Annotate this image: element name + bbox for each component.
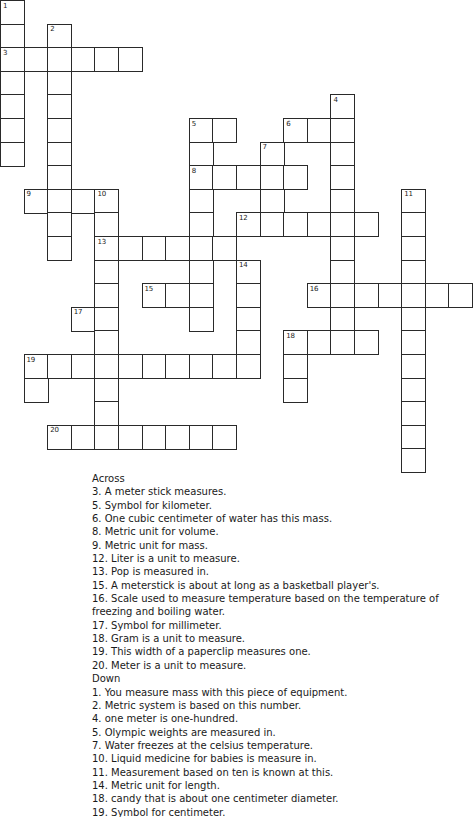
grid-cell-r2c2[interactable] [47,47,72,72]
grid-cell-r18c3[interactable] [71,425,96,450]
clues-panel: Across 3. A meter stick measures.5. Symb… [92,472,467,817]
grid-cell-r2c4[interactable] [94,47,119,72]
across-clue-3: 3. A meter stick measures. [92,485,467,498]
grid-cell-r14c15[interactable] [354,330,379,355]
grid-cell-r13c17[interactable] [401,307,426,332]
grid-cell-r15c17[interactable] [401,354,426,379]
grid-cell-r18c4[interactable] [94,425,119,450]
grid-cell-r12c8[interactable] [189,283,214,308]
grid-cell-r9c17[interactable] [401,212,426,237]
across-clue-17: 17. Symbol for millimeter. [92,619,467,632]
grid-cell-r4c2[interactable] [47,94,72,119]
cell-number-2: 2 [50,26,54,33]
grid-cell-r8c8[interactable] [189,189,214,214]
grid-cell-r14c10[interactable] [236,330,261,355]
grid-cell-r9c12[interactable] [283,212,308,237]
grid-cell-r5c0[interactable] [0,118,25,143]
grid-cell-r12c14[interactable] [330,283,355,308]
grid-cell-r12c19[interactable] [448,283,473,308]
across-clue-8: 8. Metric unit for volume. [92,525,467,538]
across-clue-20: 20. Meter is a unit to measure. [92,659,467,672]
grid-cell-r4c0[interactable] [0,94,25,119]
across-clue-6: 6. One cubic centimeter of water has thi… [92,512,467,525]
grid-cell-r10c5[interactable] [118,236,143,261]
grid-cell-r14c14[interactable] [330,330,355,355]
grid-cell-r15c6[interactable] [142,354,167,379]
down-clue-2: 2. Metric system is based on this number… [92,699,467,712]
grid-cell-r18c9[interactable] [212,425,237,450]
grid-cell-r12c17[interactable] [401,283,426,308]
grid-cell-r10c9[interactable] [212,236,237,261]
grid-cell-r1c0[interactable] [0,24,25,49]
cell-number-18: 18 [286,333,295,340]
grid-cell-r10c8[interactable] [189,236,214,261]
down-clue-7: 7. Water freezes at the celsius temperat… [92,739,467,752]
grid-cell-r3c0[interactable] [0,71,25,96]
cell-number-7: 7 [263,144,267,151]
grid-cell-r7c9[interactable] [212,165,237,190]
down-clue-14: 14. Metric unit for length. [92,779,467,792]
grid-cell-r15c10[interactable] [236,354,261,379]
grid-cell-r9c2[interactable] [47,212,72,237]
across-clue-19: 19. This width of a paperclip measures o… [92,645,467,658]
grid-cell-r9c8[interactable] [189,212,214,237]
grid-cell-r15c5[interactable] [118,354,143,379]
cell-number-15: 15 [145,286,154,293]
grid-cell-r2c5[interactable] [118,47,143,72]
grid-cell-r13c8[interactable] [189,307,214,332]
down-clue-18: 18. candy that is about one centimeter d… [92,792,467,805]
grid-cell-r10c7[interactable] [165,236,190,261]
grid-cell-r6c14[interactable] [330,142,355,167]
grid-cell-r14c17[interactable] [401,330,426,355]
across-clue-15: 15. A meterstick is about at long as a b… [92,579,467,592]
cell-number-20: 20 [50,427,59,434]
grid-cell-r9c4[interactable] [94,212,119,237]
down-heading: Down [92,672,467,685]
grid-cell-r12c18[interactable] [425,283,450,308]
grid-cell-r11c4[interactable] [94,260,119,285]
cell-number-9: 9 [27,191,31,198]
grid-cell-r2c3[interactable] [71,47,96,72]
grid-cell-r16c12[interactable] [283,378,308,403]
crossword-board: 1234567891011121314151617181920 [0,0,474,474]
grid-cell-r6c2[interactable] [47,142,72,167]
down-clue-10: 10. Liquid medicine for babies is measur… [92,752,467,765]
grid-cell-r14c13[interactable] [307,330,332,355]
grid-cell-r10c6[interactable] [142,236,167,261]
grid-cell-r18c5[interactable] [118,425,143,450]
cell-number-4: 4 [333,97,337,104]
grid-cell-r3c2[interactable] [47,71,72,96]
grid-cell-r7c11[interactable] [260,165,285,190]
cell-number-3: 3 [3,50,7,57]
grid-cell-r9c11[interactable] [260,212,285,237]
grid-cell-r14c4[interactable] [94,330,119,355]
grid-cell-r18c6[interactable] [142,425,167,450]
cell-number-1: 1 [3,3,7,10]
grid-cell-r8c2[interactable] [47,189,72,214]
cell-number-19: 19 [27,357,36,364]
down-clue-4: 4. one meter is one-hundred. [92,712,467,725]
down-clue-5: 5. Olympic weights are measured in. [92,726,467,739]
grid-cell-r10c17[interactable] [401,236,426,261]
cell-number-12: 12 [239,215,248,222]
grid-cell-r11c14[interactable] [330,260,355,285]
grid-cell-r5c9[interactable] [212,118,237,143]
grid-cell-r5c2[interactable] [47,118,72,143]
grid-cell-r10c14[interactable] [330,236,355,261]
cell-number-17: 17 [74,309,83,316]
across-clue-16: 16. Scale used to measure temperature ba… [92,592,467,619]
grid-cell-r11c8[interactable] [189,260,214,285]
cell-number-10: 10 [97,191,106,198]
grid-cell-r6c0[interactable] [0,142,25,167]
grid-cell-r8c11[interactable] [260,189,285,214]
grid-cell-r15c9[interactable] [212,354,237,379]
grid-cell-r8c14[interactable] [330,189,355,214]
grid-cell-r18c7[interactable] [165,425,190,450]
grid-cell-r18c8[interactable] [189,425,214,450]
down-clue-list: 1. You measure mass with this piece of e… [92,686,467,817]
grid-cell-r15c3[interactable] [71,354,96,379]
grid-cell-r13c4[interactable] [94,307,119,332]
cell-number-5: 5 [192,121,196,128]
cell-number-11: 11 [404,191,413,198]
cell-number-6: 6 [286,121,290,128]
grid-cell-r15c4[interactable] [94,354,119,379]
grid-cell-r5c14[interactable] [330,118,355,143]
across-clue-12: 12. Liter is a unit to measure. [92,552,467,565]
grid-cell-r17c17[interactable] [401,401,426,426]
across-clue-9: 9. Metric unit for mass. [92,539,467,552]
grid-cell-r11c17[interactable] [401,260,426,285]
across-clue-18: 18. Gram is a unit to measure. [92,632,467,645]
down-clue-11: 11. Measurement based on ten is known at… [92,766,467,779]
grid-cell-r9c15[interactable] [354,212,379,237]
grid-cell-r17c4[interactable] [94,401,119,426]
grid-cell-r15c2[interactable] [47,354,72,379]
grid-cell-r16c17[interactable] [401,378,426,403]
grid-cell-r2c1[interactable] [24,47,49,72]
grid-cell-r8c3[interactable] [71,189,96,214]
grid-cell-r7c10[interactable] [236,165,261,190]
grid-cell-r12c10[interactable] [236,283,261,308]
across-clue-5: 5. Symbol for kilometer. [92,499,467,512]
grid-cell-r7c2[interactable] [47,165,72,190]
grid-cell-r9c14[interactable] [330,212,355,237]
grid-cell-r15c12[interactable] [283,354,308,379]
cell-number-8: 8 [192,168,196,175]
grid-cell-r18c17[interactable] [401,425,426,450]
down-clue-1: 1. You measure mass with this piece of e… [92,686,467,699]
grid-cell-r5c13[interactable] [307,118,332,143]
grid-cell-r12c4[interactable] [94,283,119,308]
grid-cell-r7c14[interactable] [330,165,355,190]
grid-cell-r7c12[interactable] [283,165,308,190]
down-clue-19: 19. Symbol for centimeter. [92,806,467,817]
grid-cell-r13c14[interactable] [330,307,355,332]
across-heading: Across [92,472,467,485]
grid-cell-r6c8[interactable] [189,142,214,167]
grid-cell-r19c17[interactable] [401,448,426,473]
grid-cell-r13c10[interactable] [236,307,261,332]
cell-number-16: 16 [310,286,319,293]
grid-cell-r12c7[interactable] [165,283,190,308]
across-clue-list: 3. A meter stick measures.5. Symbol for … [92,485,467,672]
grid-cell-r9c13[interactable] [307,212,332,237]
grid-cell-r16c4[interactable] [94,378,119,403]
grid-cell-r16c1[interactable] [24,378,49,403]
grid-cell-r15c7[interactable] [165,354,190,379]
grid-cell-r10c2[interactable] [47,236,72,261]
cell-number-14: 14 [239,262,248,269]
grid-cell-r12c15[interactable] [354,283,379,308]
grid-cell-r12c16[interactable] [378,283,403,308]
cell-number-13: 13 [97,239,106,246]
grid-cell-r15c8[interactable] [189,354,214,379]
across-clue-13: 13. Pop is measured in. [92,565,467,578]
